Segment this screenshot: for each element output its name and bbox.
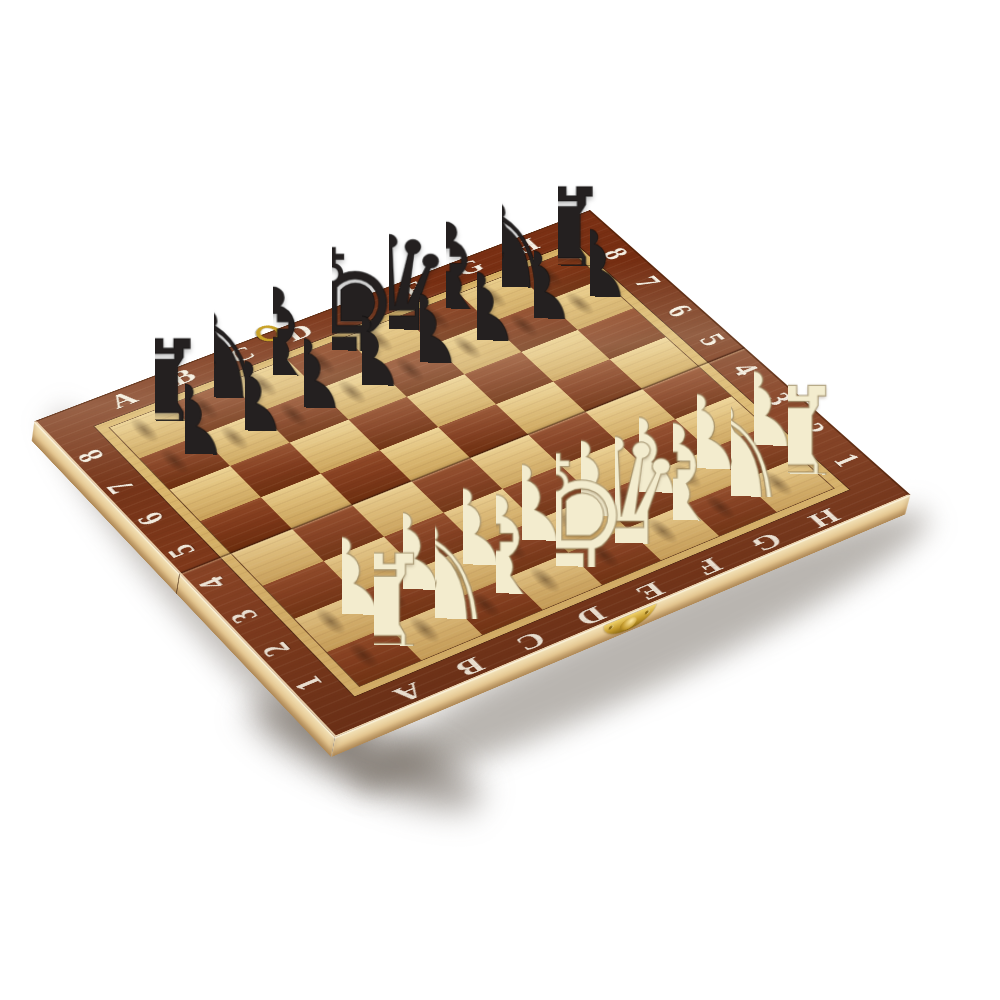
clasp-screw-icon [644, 609, 650, 615]
clasp-knob-icon [619, 614, 638, 632]
board-perspective: 8877665544332211HHGGFFEEDDCCBBAA ♜♞♟♝♟♛♟… [447, 210, 1000, 796]
clasp-screw-icon [608, 625, 614, 631]
board-3d: 8877665544332211HHGGFFEEDDCCBBAA ♜♞♟♝♟♛♟… [34, 210, 910, 737]
page-root: { "game": "chess", "scene": { "descripti… [0, 0, 1000, 1000]
